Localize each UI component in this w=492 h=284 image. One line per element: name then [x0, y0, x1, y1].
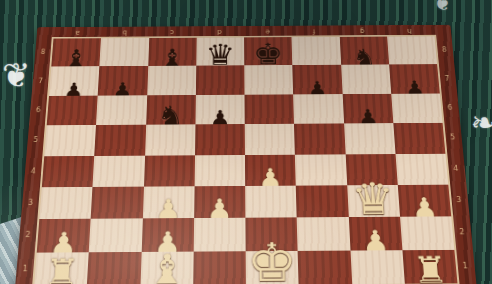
coordinate-label: 2 [459, 229, 465, 236]
square-e1: ♚ [246, 251, 299, 284]
square-h5 [393, 123, 445, 154]
coordinate-label: 1 [22, 265, 28, 272]
coordinate-label: 5 [33, 137, 38, 144]
coordinate-label: g [360, 28, 365, 34]
coordinate-label: 7 [445, 76, 450, 82]
square-e4: ♟ [245, 154, 296, 186]
square-b1 [87, 252, 141, 284]
coordinate-label: b [122, 29, 127, 35]
square-b3 [91, 186, 144, 218]
cushion-ornament-icon: ❦ [434, 0, 452, 14]
square-c8: ♝ [148, 38, 197, 66]
coordinate-label: 4 [453, 165, 458, 172]
square-f1 [298, 250, 352, 284]
square-e7 [244, 65, 293, 94]
square-c6: ♞ [146, 95, 196, 125]
square-e3 [245, 186, 297, 218]
square-a6 [47, 95, 98, 125]
coordinate-label: d [218, 28, 223, 34]
photo-scene: ❦ ❧ ❦ ♝♝♛♚♞♟♟♟♟♞♟♟♟♟♟♛♟♟♟♟♜♝♚♜ 887766554… [0, 0, 492, 284]
square-h6 [391, 93, 443, 123]
square-g4 [345, 154, 397, 186]
square-f2 [297, 217, 350, 250]
coordinate-label: 1 [462, 263, 468, 270]
square-b5 [94, 125, 145, 156]
coordinate-label: 5 [450, 135, 455, 142]
square-d3: ♟ [194, 186, 245, 218]
square-h3: ♟ [398, 185, 452, 217]
square-a7: ♟ [49, 66, 100, 95]
coordinate-label: 3 [28, 200, 33, 207]
square-f7: ♟ [293, 65, 343, 94]
square-e2 [245, 218, 297, 251]
square-g6: ♟ [342, 94, 393, 124]
square-f6 [293, 94, 343, 124]
coordinate-label: 7 [38, 78, 43, 84]
square-h1: ♜ [402, 250, 457, 284]
square-a5 [44, 125, 96, 156]
board-grid: ♝♝♛♚♞♟♟♟♟♞♟♟♟♟♟♛♟♟♟♟♜♝♚♜ [34, 36, 457, 284]
coordinate-label: e [265, 28, 269, 34]
square-d5 [195, 124, 245, 155]
chess-board: ♝♝♛♚♞♟♟♟♟♞♟♟♟♟♟♛♟♟♟♟♜♝♚♜ 887766554433221… [14, 25, 478, 284]
coordinate-label: 3 [456, 197, 462, 204]
square-g1 [350, 250, 405, 284]
square-h2 [400, 217, 455, 250]
square-c4 [144, 155, 195, 187]
square-b8 [100, 38, 149, 66]
square-g2: ♟ [348, 217, 402, 250]
square-g5 [344, 123, 396, 154]
square-b6 [96, 95, 147, 125]
coordinate-label: 6 [36, 107, 41, 114]
square-h8 [387, 36, 437, 64]
white-rook: ♜ [411, 252, 449, 284]
square-a1: ♜ [34, 252, 89, 284]
white-bishop: ♝ [147, 249, 187, 284]
square-c3: ♟ [142, 186, 194, 218]
square-g3: ♛ [347, 185, 400, 217]
coordinate-label: 6 [447, 105, 452, 112]
square-g7 [341, 65, 391, 94]
square-e6 [244, 94, 294, 124]
square-a8: ♝ [51, 38, 101, 66]
square-h7: ♟ [389, 64, 440, 93]
square-a3 [39, 187, 92, 219]
coordinate-label: h [407, 27, 412, 33]
square-e8: ♚ [244, 37, 292, 65]
square-e5 [245, 124, 295, 155]
square-a2: ♟ [37, 219, 91, 252]
square-d8: ♛ [196, 37, 244, 65]
square-b2 [89, 219, 142, 252]
square-f3 [296, 185, 348, 217]
square-d7 [196, 66, 245, 95]
square-a4 [42, 156, 95, 188]
square-b4 [93, 155, 145, 187]
square-c2: ♟ [141, 218, 194, 251]
square-f5 [294, 124, 345, 155]
square-f4 [295, 154, 347, 186]
square-d6: ♟ [195, 95, 244, 125]
square-f8 [292, 37, 341, 65]
square-d1 [193, 251, 246, 284]
square-c1: ♝ [140, 251, 193, 284]
square-d4 [194, 155, 245, 187]
cushion-ornament-icon: ❦ [2, 58, 31, 92]
square-g8: ♞ [339, 37, 389, 65]
coordinate-label: 4 [30, 168, 35, 175]
square-b7: ♟ [98, 66, 148, 95]
coordinate-label: f [312, 28, 315, 34]
square-h4 [395, 153, 448, 185]
square-c7 [147, 66, 196, 95]
coordinate-label: 2 [25, 232, 31, 239]
coordinate-label: 8 [40, 50, 45, 56]
white-rook: ♜ [43, 254, 80, 284]
coordinate-label: c [170, 29, 174, 35]
cushion-ornament-icon: ❧ [471, 108, 492, 138]
square-c5 [145, 124, 196, 155]
square-d2 [193, 218, 245, 251]
coordinate-label: 8 [442, 47, 447, 53]
coordinate-label: a [75, 29, 80, 35]
